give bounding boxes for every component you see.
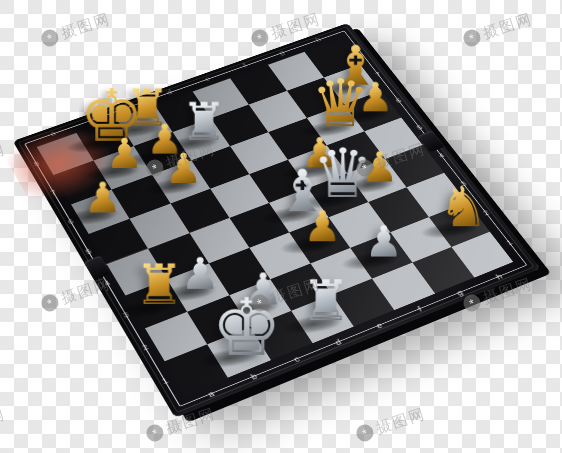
piece-silver-rook-d1: ♜ xyxy=(294,268,357,324)
rook-glyph: ♜ xyxy=(301,272,351,328)
piece-gold-rook-a3: ♜ xyxy=(128,253,191,309)
watermark: *摄图网 xyxy=(0,139,8,179)
watermark: *摄图网 xyxy=(0,404,8,444)
watermark-logo-icon: * xyxy=(461,27,482,48)
piece-gold-queen-g6: ♛ xyxy=(311,65,369,131)
pawn-glyph: ♟ xyxy=(303,206,341,249)
watermark-logo-icon: * xyxy=(249,27,270,48)
piece-gold-pawn-b7: ♟ xyxy=(95,130,154,171)
piece-gold-knight-h2: ♞ xyxy=(433,174,494,230)
watermark-logo-icon: * xyxy=(354,422,375,443)
pawn-glyph: ♟ xyxy=(106,134,143,175)
watermark-logo-icon: * xyxy=(144,422,165,443)
watermark-logo-icon: * xyxy=(39,27,60,48)
knight-glyph: ♞ xyxy=(438,179,488,235)
piece-gold-pawn-e3: ♟ xyxy=(292,201,353,244)
watermark-text: 摄图网 xyxy=(59,9,113,43)
watermark-text: 摄图网 xyxy=(0,139,8,173)
photo-scene: aabbccddeeffgghh8877665544332211♚♜♟♟♜♝♟♟… xyxy=(0,0,562,453)
watermark: *摄图网 xyxy=(354,404,428,444)
rook-glyph: ♜ xyxy=(134,257,184,313)
watermark: *摄图网 xyxy=(39,9,113,49)
queen-glyph: ♛ xyxy=(311,71,370,137)
pawn-glyph: ♟ xyxy=(84,177,122,219)
piece-silver-king-b1: ♚ xyxy=(211,281,275,360)
piece-gold-pawn-a6: ♟ xyxy=(73,173,133,215)
watermark: *摄图网 xyxy=(461,9,535,49)
piece-gold-pawn-c6: ♟ xyxy=(153,144,213,186)
piece-silver-pawn-f2: ♟ xyxy=(353,216,415,259)
pawn-glyph: ♟ xyxy=(164,148,201,190)
watermark-text: 摄图网 xyxy=(374,404,428,438)
watermark-text: 摄图网 xyxy=(0,404,8,438)
pawn-glyph: ♟ xyxy=(365,220,404,263)
watermark-text: 摄图网 xyxy=(481,9,535,43)
king-glyph: ♚ xyxy=(211,287,282,366)
watermark-logo-icon: * xyxy=(39,292,60,313)
chess-board: aabbccddeeffgghh8877665544332211♚♜♟♟♜♝♟♟… xyxy=(13,23,541,418)
